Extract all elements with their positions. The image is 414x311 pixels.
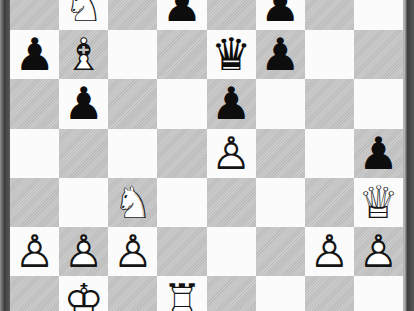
piece-outline: ♕ — [354, 178, 403, 227]
square-a1[interactable] — [10, 276, 59, 311]
square-g1[interactable] — [305, 276, 354, 311]
white-pawn[interactable]: ♟♙ — [354, 227, 403, 276]
black-pawn[interactable]: ♟ — [59, 79, 108, 128]
square-c2[interactable]: ♟♙ — [108, 227, 157, 276]
square-e6[interactable]: ♛ — [207, 30, 256, 79]
piece-outline: ♙ — [354, 227, 403, 276]
square-f1[interactable] — [256, 276, 305, 311]
square-f7[interactable]: ♟ — [256, 0, 305, 30]
piece-outline: ♙ — [305, 227, 354, 276]
black-pawn[interactable]: ♟ — [157, 0, 206, 30]
square-g7[interactable] — [305, 0, 354, 30]
piece-outline: ♙ — [108, 227, 157, 276]
piece-solid: ♟ — [207, 79, 256, 128]
piece-outline: ♙ — [10, 227, 59, 276]
square-c5[interactable] — [108, 79, 157, 128]
white-queen[interactable]: ♛♕ — [354, 178, 403, 227]
square-e5[interactable]: ♟ — [207, 79, 256, 128]
black-pawn[interactable]: ♟ — [207, 79, 256, 128]
square-g3[interactable] — [305, 178, 354, 227]
square-f3[interactable] — [256, 178, 305, 227]
white-pawn[interactable]: ♟♙ — [207, 129, 256, 178]
piece-solid: ♟ — [157, 0, 206, 30]
chess-board: ♞♘♟♟♟♝♗♛♟♟♟♟♙♟♞♘♛♕♟♙♟♙♟♙♟♙♟♙♚♔♜♖ — [10, 0, 403, 311]
square-h3[interactable]: ♛♕ — [354, 178, 403, 227]
square-d4[interactable] — [157, 129, 206, 178]
piece-outline: ♖ — [157, 276, 206, 311]
square-f2[interactable] — [256, 227, 305, 276]
square-e7[interactable] — [207, 0, 256, 30]
square-f6[interactable]: ♟ — [256, 30, 305, 79]
square-b6[interactable]: ♝♗ — [59, 30, 108, 79]
square-a2[interactable]: ♟♙ — [10, 227, 59, 276]
square-h7[interactable] — [354, 0, 403, 30]
square-e2[interactable] — [207, 227, 256, 276]
piece-outline: ♘ — [108, 178, 157, 227]
square-c3[interactable]: ♞♘ — [108, 178, 157, 227]
square-h1[interactable] — [354, 276, 403, 311]
square-h4[interactable]: ♟ — [354, 129, 403, 178]
white-pawn[interactable]: ♟♙ — [305, 227, 354, 276]
square-g5[interactable] — [305, 79, 354, 128]
square-a6[interactable]: ♟ — [10, 30, 59, 79]
square-f5[interactable] — [256, 79, 305, 128]
piece-solid: ♟ — [59, 79, 108, 128]
square-h6[interactable] — [354, 30, 403, 79]
square-d5[interactable] — [157, 79, 206, 128]
piece-solid: ♟ — [256, 0, 305, 30]
square-e3[interactable] — [207, 178, 256, 227]
piece-outline: ♔ — [59, 276, 108, 311]
square-g4[interactable] — [305, 129, 354, 178]
white-bishop[interactable]: ♝♗ — [59, 30, 108, 79]
square-a4[interactable] — [10, 129, 59, 178]
white-king[interactable]: ♚♔ — [59, 276, 108, 311]
square-e1[interactable] — [207, 276, 256, 311]
square-g2[interactable]: ♟♙ — [305, 227, 354, 276]
piece-solid: ♟ — [256, 30, 305, 79]
square-g6[interactable] — [305, 30, 354, 79]
board-right-border — [403, 0, 414, 311]
square-b3[interactable] — [59, 178, 108, 227]
square-a7[interactable] — [10, 0, 59, 30]
white-rook[interactable]: ♜♖ — [157, 276, 206, 311]
square-c7[interactable] — [108, 0, 157, 30]
square-d2[interactable] — [157, 227, 206, 276]
piece-outline: ♙ — [207, 129, 256, 178]
square-c6[interactable] — [108, 30, 157, 79]
square-d3[interactable] — [157, 178, 206, 227]
white-pawn[interactable]: ♟♙ — [59, 227, 108, 276]
piece-solid: ♟ — [10, 30, 59, 79]
white-knight[interactable]: ♞♘ — [108, 178, 157, 227]
square-b1[interactable]: ♚♔ — [59, 276, 108, 311]
black-pawn[interactable]: ♟ — [256, 30, 305, 79]
square-d6[interactable] — [157, 30, 206, 79]
square-f4[interactable] — [256, 129, 305, 178]
square-h5[interactable] — [354, 79, 403, 128]
square-c1[interactable] — [108, 276, 157, 311]
black-queen[interactable]: ♛ — [207, 30, 256, 79]
square-h2[interactable]: ♟♙ — [354, 227, 403, 276]
square-c4[interactable] — [108, 129, 157, 178]
square-a3[interactable] — [10, 178, 59, 227]
black-pawn[interactable]: ♟ — [354, 129, 403, 178]
piece-outline: ♗ — [59, 30, 108, 79]
square-b4[interactable] — [59, 129, 108, 178]
square-a5[interactable] — [10, 79, 59, 128]
piece-solid: ♟ — [354, 129, 403, 178]
square-d7[interactable]: ♟ — [157, 0, 206, 30]
piece-outline: ♘ — [59, 0, 108, 30]
black-pawn[interactable]: ♟ — [10, 30, 59, 79]
piece-solid: ♛ — [207, 30, 256, 79]
piece-outline: ♙ — [59, 227, 108, 276]
square-b5[interactable]: ♟ — [59, 79, 108, 128]
black-pawn[interactable]: ♟ — [256, 0, 305, 30]
square-b7[interactable]: ♞♘ — [59, 0, 108, 30]
board-left-border — [0, 0, 10, 311]
white-pawn[interactable]: ♟♙ — [10, 227, 59, 276]
white-knight[interactable]: ♞♘ — [59, 0, 108, 30]
square-b2[interactable]: ♟♙ — [59, 227, 108, 276]
square-d1[interactable]: ♜♖ — [157, 276, 206, 311]
square-e4[interactable]: ♟♙ — [207, 129, 256, 178]
white-pawn[interactable]: ♟♙ — [108, 227, 157, 276]
chess-board-screenshot: ♞♘♟♟♟♝♗♛♟♟♟♟♙♟♞♘♛♕♟♙♟♙♟♙♟♙♟♙♚♔♜♖ — [0, 0, 414, 311]
